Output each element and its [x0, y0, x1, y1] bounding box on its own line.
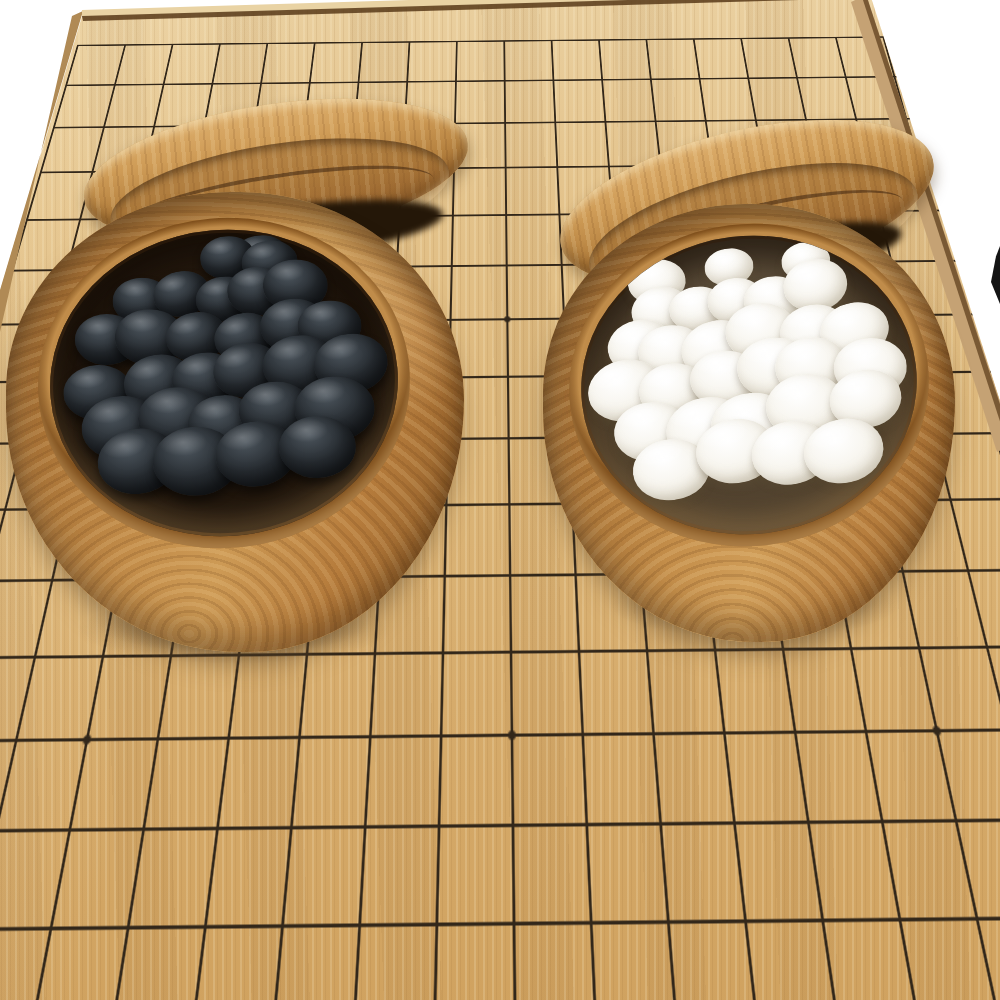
grid-cell: [309, 42, 361, 82]
grid-cell: [216, 736, 298, 827]
grid-cell: [442, 574, 510, 651]
grid-cell: [455, 40, 504, 80]
grid-cell: [585, 822, 666, 921]
grid-cell: [667, 919, 756, 1000]
grid-cell: [452, 167, 505, 215]
bowl-mouth-white-stones: [564, 217, 934, 554]
grid-cell: [747, 77, 805, 120]
grid-cell: [505, 214, 560, 265]
grid-cell: [451, 214, 506, 265]
grid-cell: [693, 38, 747, 78]
grid-cell: [740, 37, 796, 77]
grid-cell: [440, 651, 511, 735]
grid-cell: [212, 43, 267, 83]
grid-cell: [444, 503, 509, 575]
grid-cell: [581, 732, 659, 823]
grid-cell: [143, 737, 228, 828]
grid-cell: [454, 80, 504, 123]
grid-cell: [554, 121, 608, 166]
grid-cell: [127, 827, 216, 926]
grid-cell: [191, 924, 281, 1000]
grid-cell: [590, 920, 675, 1000]
black-object-right-edge: [991, 246, 1000, 304]
grid-cell: [652, 731, 733, 822]
star-point: [508, 730, 516, 740]
star-point: [504, 316, 510, 322]
grid-cell: [882, 36, 942, 76]
grid-cell: [510, 650, 582, 734]
grid-cell: [358, 824, 437, 923]
grid-cell: [601, 79, 654, 122]
black-stone: [278, 416, 357, 480]
grid-cell: [290, 735, 369, 826]
grid-cell: [506, 264, 563, 318]
grid-cell: [406, 41, 456, 81]
grid-cell: [272, 923, 359, 1000]
grid-cell: [435, 824, 512, 923]
grid-cell: [504, 122, 556, 167]
grid-cell: [438, 734, 512, 825]
photo-background: [0, 0, 1000, 1000]
grid-cell: [450, 265, 507, 319]
grid-cell: [513, 921, 595, 1000]
grid-cell: [650, 78, 705, 121]
grid-cell: [578, 649, 652, 733]
grid-cell: [552, 79, 604, 122]
grid-cell: [659, 821, 744, 920]
grid-cell: [433, 922, 514, 1000]
grid-cell: [505, 166, 559, 214]
grid-cell: [723, 731, 807, 822]
grid-cell: [512, 823, 590, 922]
grid-cell: [645, 38, 698, 78]
grid-cell: [551, 39, 601, 79]
grid-cell: [503, 40, 552, 80]
grid-cell: [504, 80, 555, 123]
grid-cell: [646, 649, 723, 733]
grid-cell: [364, 734, 440, 825]
grid-cell: [281, 825, 364, 924]
grid-cell: [699, 78, 755, 121]
grid-cell: [163, 43, 219, 83]
grid-cell: [260, 42, 314, 82]
grid-cell: [358, 41, 409, 81]
grid-cell: [714, 648, 794, 732]
grid-cell: [511, 733, 586, 824]
grid-cell: [204, 826, 290, 925]
grid-cell: [598, 39, 650, 79]
grid-cell: [352, 923, 435, 1000]
grid-cell: [733, 821, 821, 920]
